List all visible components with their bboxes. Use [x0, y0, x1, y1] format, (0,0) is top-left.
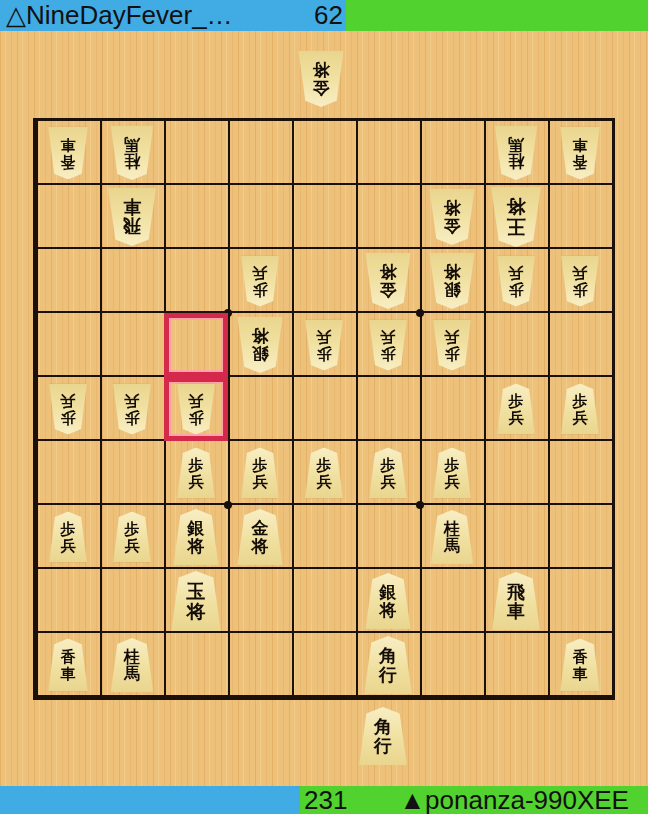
- piece-kanji: 歩: [61, 409, 76, 425]
- gote-clock: 62: [314, 1, 343, 30]
- piece-kanji: 兵: [189, 473, 204, 489]
- piece-kanji: 馬: [508, 136, 524, 153]
- board-square[interactable]: [100, 249, 164, 313]
- piece-kanji: 飛: [123, 217, 141, 236]
- piece-kanji: 金: [444, 217, 461, 235]
- piece-kanji: 将: [444, 263, 461, 281]
- piece-kanji: 歩: [125, 409, 140, 425]
- piece-kanji: 兵: [317, 329, 332, 345]
- piece-kanji: 歩: [253, 281, 268, 297]
- gote-hand-piece-gold[interactable]: 金将: [297, 51, 346, 107]
- last-move-highlight-7d[interactable]: [164, 313, 228, 377]
- board-square[interactable]: [100, 569, 164, 633]
- piece-kanji: 歩: [509, 393, 524, 409]
- board-square[interactable]: [228, 633, 292, 697]
- piece-kanji: 行: [374, 736, 392, 755]
- piece-kanji: 歩: [445, 345, 460, 361]
- piece-kanji: 将: [188, 537, 205, 555]
- piece-kanji: 歩: [381, 457, 396, 473]
- piece-kanji: 歩: [61, 521, 76, 537]
- piece-kanji: 金: [252, 519, 269, 537]
- piece-kanji: 将: [380, 601, 397, 619]
- board-square[interactable]: [548, 505, 612, 569]
- gote-player-name: △NineDayFever_…: [6, 1, 233, 30]
- board-square[interactable]: [164, 249, 228, 313]
- top-bar-filler: [346, 0, 648, 31]
- board-square[interactable]: [420, 121, 484, 185]
- board-square[interactable]: [164, 185, 228, 249]
- piece-kanji: 兵: [381, 473, 396, 489]
- board-square[interactable]: [292, 569, 356, 633]
- piece-kanji: 銀: [380, 583, 397, 601]
- piece-kanji: 将: [187, 601, 206, 621]
- piece-kanji: 兵: [61, 393, 76, 409]
- sente-clock: 231: [304, 786, 347, 814]
- board-square[interactable]: [292, 377, 356, 441]
- piece-kanji: 車: [573, 137, 588, 153]
- piece-kanji: 兵: [509, 265, 524, 281]
- board-square[interactable]: [228, 185, 292, 249]
- piece-kanji: 将: [252, 537, 269, 555]
- piece-kanji: 兵: [381, 329, 396, 345]
- piece-kanji: 歩: [445, 457, 460, 473]
- board-square[interactable]: [228, 569, 292, 633]
- piece-kanji: 香: [61, 153, 76, 169]
- piece-kanji: 兵: [189, 393, 204, 409]
- board-square[interactable]: [356, 505, 420, 569]
- piece-kanji: 将: [313, 61, 330, 79]
- piece-kanji: 車: [573, 665, 588, 681]
- board-square[interactable]: [292, 633, 356, 697]
- board-square[interactable]: [36, 185, 100, 249]
- piece-kanji: 玉: [187, 581, 206, 601]
- piece-kanji: 歩: [189, 409, 204, 425]
- board-square[interactable]: [36, 441, 100, 505]
- hoshi-dot: [416, 501, 424, 509]
- piece-kanji: 兵: [445, 329, 460, 345]
- piece-kanji: 歩: [573, 281, 588, 297]
- piece-kanji: 車: [507, 601, 525, 620]
- piece-kanji: 桂: [124, 648, 140, 665]
- piece-kanji: 馬: [124, 665, 140, 682]
- piece-kanji: 馬: [444, 537, 460, 554]
- board-square[interactable]: [356, 121, 420, 185]
- piece-kanji: 将: [380, 263, 397, 281]
- board-square[interactable]: [420, 633, 484, 697]
- piece-kanji: 将: [252, 327, 269, 345]
- piece-kanji: 銀: [188, 519, 205, 537]
- board-square[interactable]: [36, 313, 100, 377]
- board-square[interactable]: [100, 441, 164, 505]
- board-square[interactable]: [292, 505, 356, 569]
- piece-kanji: 歩: [317, 457, 332, 473]
- board-square[interactable]: [36, 249, 100, 313]
- piece-kanji: 歩: [509, 281, 524, 297]
- piece-kanji: 馬: [124, 136, 140, 153]
- piece-kanji: 兵: [509, 409, 524, 425]
- piece-kanji: 兵: [317, 473, 332, 489]
- piece-kanji: 香: [61, 649, 76, 665]
- piece-kanji: 桂: [508, 153, 524, 170]
- piece-kanji: 将: [444, 199, 461, 217]
- piece-kanji: 銀: [252, 345, 269, 363]
- piece-kanji: 兵: [253, 473, 268, 489]
- piece-kanji: 兵: [445, 473, 460, 489]
- board-square[interactable]: [548, 569, 612, 633]
- piece-kanji: 金: [313, 79, 330, 97]
- piece-kanji: 角: [379, 646, 397, 665]
- piece-kanji: 歩: [125, 521, 140, 537]
- sente-hand-piece-bishop[interactable]: 角行: [357, 707, 409, 765]
- board-square[interactable]: [484, 505, 548, 569]
- board-square[interactable]: [420, 569, 484, 633]
- piece-kanji: 車: [61, 665, 76, 681]
- hoshi-dot: [416, 309, 424, 317]
- piece-kanji: 歩: [573, 393, 588, 409]
- board-square[interactable]: [548, 185, 612, 249]
- piece-kanji: 歩: [253, 457, 268, 473]
- board-square[interactable]: [484, 441, 548, 505]
- piece-kanji: 金: [380, 281, 397, 299]
- piece-kanji: 兵: [253, 265, 268, 281]
- piece-kanji: 角: [374, 717, 392, 736]
- top-player-bar: △NineDayFever_… 62: [0, 0, 648, 31]
- piece-kanji: 香: [573, 153, 588, 169]
- piece-kanji: 車: [123, 198, 141, 217]
- piece-kanji: 歩: [317, 345, 332, 361]
- piece-kanji: 歩: [189, 457, 204, 473]
- piece-kanji: 兵: [573, 265, 588, 281]
- bottom-player-panel: 231 ▲ponanza-990XEE: [300, 786, 648, 814]
- board-square[interactable]: [292, 185, 356, 249]
- piece-kanji: 桂: [444, 520, 460, 537]
- board-square[interactable]: [548, 441, 612, 505]
- board-square[interactable]: [292, 121, 356, 185]
- piece-kanji: 飛: [507, 582, 525, 601]
- board-square[interactable]: [164, 633, 228, 697]
- piece-kanji: 車: [61, 137, 76, 153]
- board-square[interactable]: [100, 313, 164, 377]
- board-square[interactable]: [36, 569, 100, 633]
- piece-kanji: 王: [507, 217, 526, 237]
- board-square[interactable]: [484, 633, 548, 697]
- shogi-board[interactable]: 香車桂馬桂馬香車飛車金将王将歩兵金将銀将歩兵歩兵銀将歩兵歩兵歩兵歩兵歩兵歩兵歩兵…: [33, 118, 615, 700]
- board-square[interactable]: [164, 121, 228, 185]
- board-square[interactable]: [484, 313, 548, 377]
- board-square[interactable]: [420, 377, 484, 441]
- piece-kanji: 香: [573, 649, 588, 665]
- piece-kanji: 桂: [124, 153, 140, 170]
- board-square[interactable]: [228, 121, 292, 185]
- board-square[interactable]: [356, 185, 420, 249]
- board-square[interactable]: [548, 313, 612, 377]
- board-square[interactable]: [292, 249, 356, 313]
- piece-kanji: 将: [507, 197, 526, 217]
- piece-kanji: 兵: [61, 537, 76, 553]
- piece-kanji: 歩: [381, 345, 396, 361]
- bottom-bar-filler: [0, 786, 300, 814]
- hoshi-dot: [224, 501, 232, 509]
- piece-kanji: 兵: [125, 393, 140, 409]
- top-player-panel: △NineDayFever_… 62: [0, 0, 346, 31]
- piece-kanji: 銀: [444, 281, 461, 299]
- piece-kanji: 兵: [573, 409, 588, 425]
- sente-player-name: ▲ponanza-990XEE: [399, 786, 629, 814]
- piece-kanji: 行: [379, 665, 397, 684]
- board-square[interactable]: [228, 377, 292, 441]
- piece-kanji: 兵: [125, 537, 140, 553]
- board-square[interactable]: [356, 377, 420, 441]
- bottom-player-bar: 231 ▲ponanza-990XEE: [0, 786, 648, 814]
